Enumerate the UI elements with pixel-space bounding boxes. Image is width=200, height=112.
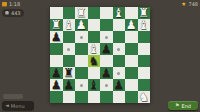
hud-top-left: 1:18 443 [2, 1, 24, 17]
star-icon: ★ [181, 1, 186, 7]
legal-move-dot[interactable] [105, 84, 108, 87]
square-c1[interactable] [75, 91, 88, 103]
square-f8[interactable]: ♝ [113, 7, 126, 19]
square-g4[interactable] [125, 55, 138, 67]
black-pawn[interactable]: ♟ [101, 67, 112, 79]
timer: 1:18 [2, 1, 24, 7]
medal-icon [5, 11, 9, 15]
square-c4[interactable] [75, 55, 88, 67]
legal-move-dot[interactable] [80, 84, 83, 87]
menu-button-label: Menu [11, 103, 25, 109]
menu-button[interactable]: ◄ Menu [2, 101, 34, 110]
square-c5[interactable] [75, 43, 88, 55]
black-pawn[interactable]: ♟ [113, 79, 124, 91]
square-h7[interactable]: ♝ [138, 19, 151, 31]
clock-icon [2, 2, 7, 7]
white-knight[interactable]: ♞ [138, 91, 149, 103]
white-bishop[interactable]: ♝ [138, 19, 149, 31]
flag-icon: ⚑ [175, 103, 179, 108]
legal-move-dot[interactable] [117, 72, 120, 75]
square-h5[interactable] [138, 43, 151, 55]
square-a1[interactable] [50, 91, 63, 103]
square-c2[interactable] [75, 79, 88, 91]
square-f7[interactable] [113, 19, 126, 31]
star-counter: ★ 748 [181, 1, 198, 7]
square-e5[interactable]: ♟ [100, 43, 113, 55]
square-h4[interactable] [138, 55, 151, 67]
legal-move-dot[interactable] [80, 36, 83, 39]
black-pawn[interactable]: ♟ [51, 31, 62, 43]
legal-move-dot[interactable] [105, 36, 108, 39]
square-c7[interactable]: ♟ [75, 19, 88, 31]
square-b5[interactable] [63, 43, 76, 55]
faded-tooltip [3, 94, 23, 99]
black-knight[interactable]: ♞ [88, 55, 99, 67]
black-pawn[interactable]: ♟ [63, 79, 74, 91]
square-e2[interactable] [100, 79, 113, 91]
square-f4[interactable] [113, 55, 126, 67]
square-d7[interactable] [88, 19, 101, 31]
square-g3[interactable] [125, 67, 138, 79]
square-b6[interactable] [63, 31, 76, 43]
square-d1[interactable] [88, 91, 101, 103]
star-count: 748 [188, 1, 198, 7]
square-g6[interactable] [125, 31, 138, 43]
square-a2[interactable]: ♟ [50, 79, 63, 91]
square-b2[interactable]: ♟ [63, 79, 76, 91]
square-h6[interactable] [138, 31, 151, 43]
square-f2[interactable]: ♟ [113, 79, 126, 91]
white-pawn[interactable]: ♟ [76, 19, 87, 31]
square-g7[interactable]: ♟ [125, 19, 138, 31]
square-a5[interactable] [50, 43, 63, 55]
square-f6[interactable] [113, 31, 126, 43]
legal-move-dot[interactable] [117, 48, 120, 51]
square-a6[interactable]: ♟ [50, 31, 63, 43]
square-e8[interactable] [100, 7, 113, 19]
square-h1[interactable]: ♞ [138, 91, 151, 103]
square-b7[interactable]: ♝ [63, 19, 76, 31]
square-g2[interactable] [125, 79, 138, 91]
square-c6[interactable] [75, 31, 88, 43]
score-badge: 443 [2, 9, 24, 17]
timer-value: 1:18 [9, 1, 20, 7]
white-bishop[interactable]: ♝ [63, 19, 74, 31]
chess-app-window: 1:18 443 ★ 748 ♜♝♜♜♝♟♟♝♟♝♟♞♟♜♟♟♟♝♟♞ ◄ Me… [0, 0, 200, 112]
white-bishop[interactable]: ♝ [113, 7, 124, 19]
square-d4[interactable]: ♞ [88, 55, 101, 67]
black-pawn[interactable]: ♟ [101, 43, 112, 55]
white-pawn[interactable]: ♟ [126, 19, 137, 31]
score-value: 443 [11, 10, 21, 16]
square-f1[interactable] [113, 91, 126, 103]
end-button-label: End [181, 103, 191, 109]
square-g5[interactable] [125, 43, 138, 55]
legal-move-dot[interactable] [67, 48, 70, 51]
square-f5[interactable] [113, 43, 126, 55]
square-d2[interactable]: ♝ [88, 79, 101, 91]
square-e1[interactable] [100, 91, 113, 103]
black-bishop[interactable]: ♝ [88, 79, 99, 91]
back-arrow-icon: ◄ [5, 103, 9, 108]
chess-board[interactable]: ♜♝♜♜♝♟♟♝♟♝♟♞♟♜♟♟♟♝♟♞ [50, 7, 150, 103]
square-h3[interactable] [138, 67, 151, 79]
square-b1[interactable] [63, 91, 76, 103]
square-e3[interactable]: ♟ [100, 67, 113, 79]
black-pawn[interactable]: ♟ [51, 79, 62, 91]
square-e7[interactable] [100, 19, 113, 31]
end-button[interactable]: ⚑ End [168, 101, 198, 110]
square-c3[interactable] [75, 67, 88, 79]
square-g1[interactable] [125, 91, 138, 103]
square-d8[interactable] [88, 7, 101, 19]
